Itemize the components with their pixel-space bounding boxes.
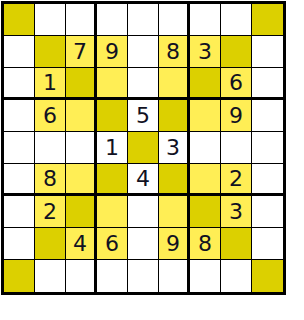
cell-r4c9[interactable]: [252, 100, 283, 132]
cell-r5c3[interactable]: [66, 132, 97, 164]
cell-r9c3[interactable]: [66, 260, 97, 292]
cell-r2c4[interactable]: 9: [97, 36, 128, 68]
cell-r1c3[interactable]: [66, 4, 97, 36]
cell-r7c3[interactable]: [66, 196, 97, 228]
cell-r9c1[interactable]: [4, 260, 35, 292]
cell-r5c2[interactable]: [35, 132, 66, 164]
cell-r4c3[interactable]: [66, 100, 97, 132]
cell-r8c7[interactable]: 8: [190, 228, 221, 260]
cell-r2c3[interactable]: 7: [66, 36, 97, 68]
cell-r8c5[interactable]: [128, 228, 159, 260]
cell-r5c6[interactable]: 3: [159, 132, 190, 164]
cell-r4c7[interactable]: [190, 100, 221, 132]
cell-r5c9[interactable]: [252, 132, 283, 164]
cell-r8c3[interactable]: 4: [66, 228, 97, 260]
cell-r2c1[interactable]: [4, 36, 35, 68]
cell-r2c5[interactable]: [128, 36, 159, 68]
cell-r3c6[interactable]: [159, 68, 190, 100]
cell-r7c2[interactable]: 2: [35, 196, 66, 228]
cell-r6c2[interactable]: 8: [35, 164, 66, 196]
sudoku-board: 79831665913842234698: [1, 1, 286, 295]
cell-r7c8[interactable]: 3: [221, 196, 252, 228]
cell-r1c9[interactable]: [252, 4, 283, 36]
cell-r3c5[interactable]: [128, 68, 159, 100]
cell-r3c3[interactable]: [66, 68, 97, 100]
cell-r5c4[interactable]: 1: [97, 132, 128, 164]
cell-r6c8[interactable]: 2: [221, 164, 252, 196]
page-background: 79831665913842234698: [0, 0, 304, 320]
cell-r1c2[interactable]: [35, 4, 66, 36]
cell-r8c8[interactable]: [221, 228, 252, 260]
cell-r4c2[interactable]: 6: [35, 100, 66, 132]
cell-r7c9[interactable]: [252, 196, 283, 228]
cell-r6c7[interactable]: [190, 164, 221, 196]
cell-r9c8[interactable]: [221, 260, 252, 292]
cell-r3c8[interactable]: 6: [221, 68, 252, 100]
cell-r2c2[interactable]: [35, 36, 66, 68]
cell-r9c4[interactable]: [97, 260, 128, 292]
cell-r4c1[interactable]: [4, 100, 35, 132]
cell-r9c9[interactable]: [252, 260, 283, 292]
cell-r6c1[interactable]: [4, 164, 35, 196]
cell-r5c1[interactable]: [4, 132, 35, 164]
cell-r9c5[interactable]: [128, 260, 159, 292]
cell-r6c4[interactable]: [97, 164, 128, 196]
cell-r3c1[interactable]: [4, 68, 35, 100]
cell-r9c2[interactable]: [35, 260, 66, 292]
cell-r5c7[interactable]: [190, 132, 221, 164]
cell-r4c8[interactable]: 9: [221, 100, 252, 132]
cell-r1c5[interactable]: [128, 4, 159, 36]
cell-r3c2[interactable]: 1: [35, 68, 66, 100]
cell-r1c8[interactable]: [221, 4, 252, 36]
cell-r1c7[interactable]: [190, 4, 221, 36]
cell-r8c6[interactable]: 9: [159, 228, 190, 260]
cell-r1c4[interactable]: [97, 4, 128, 36]
cell-r7c5[interactable]: [128, 196, 159, 228]
cell-r6c6[interactable]: [159, 164, 190, 196]
cell-r8c1[interactable]: [4, 228, 35, 260]
cell-r4c6[interactable]: [159, 100, 190, 132]
cell-r4c4[interactable]: [97, 100, 128, 132]
cell-r2c6[interactable]: 8: [159, 36, 190, 68]
cell-r6c5[interactable]: 4: [128, 164, 159, 196]
cell-r3c9[interactable]: [252, 68, 283, 100]
cell-r8c2[interactable]: [35, 228, 66, 260]
cell-r2c8[interactable]: [221, 36, 252, 68]
cell-r9c6[interactable]: [159, 260, 190, 292]
cell-r3c4[interactable]: [97, 68, 128, 100]
cell-r1c1[interactable]: [4, 4, 35, 36]
cell-r7c7[interactable]: [190, 196, 221, 228]
cell-r8c9[interactable]: [252, 228, 283, 260]
cell-r6c9[interactable]: [252, 164, 283, 196]
cell-r1c6[interactable]: [159, 4, 190, 36]
cell-r6c3[interactable]: [66, 164, 97, 196]
cell-r7c4[interactable]: [97, 196, 128, 228]
cell-r5c5[interactable]: [128, 132, 159, 164]
cell-r2c9[interactable]: [252, 36, 283, 68]
cell-r5c8[interactable]: [221, 132, 252, 164]
cell-r7c1[interactable]: [4, 196, 35, 228]
cell-r8c4[interactable]: 6: [97, 228, 128, 260]
cell-r2c7[interactable]: 3: [190, 36, 221, 68]
cell-r7c6[interactable]: [159, 196, 190, 228]
cell-r3c7[interactable]: [190, 68, 221, 100]
cell-r9c7[interactable]: [190, 260, 221, 292]
cell-r4c5[interactable]: 5: [128, 100, 159, 132]
